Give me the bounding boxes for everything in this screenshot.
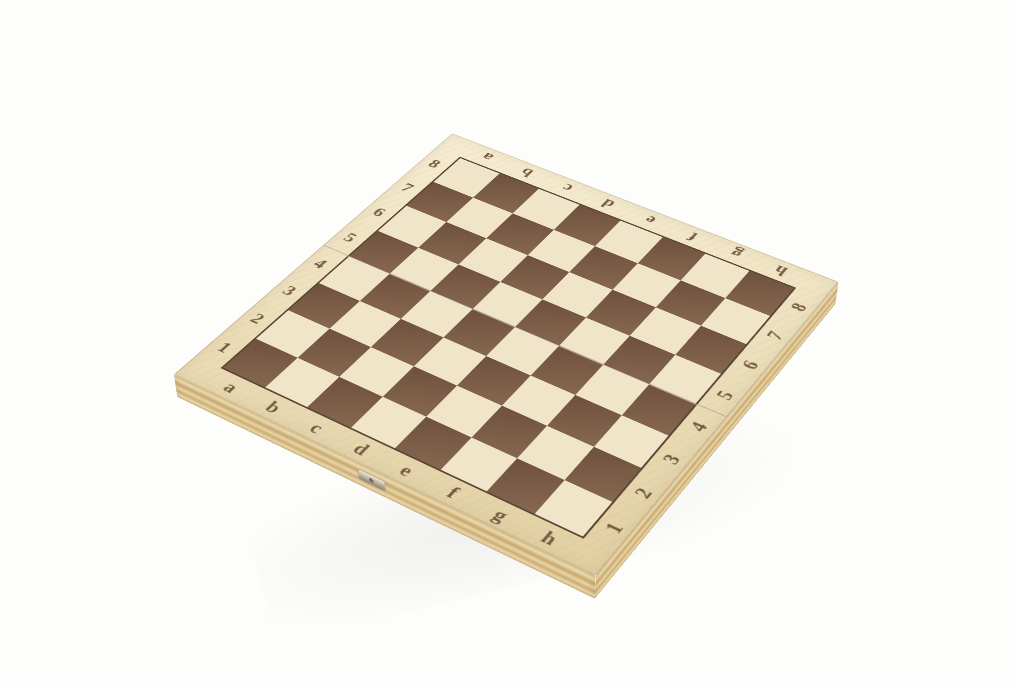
square-h2	[564, 447, 641, 502]
square-d1	[351, 396, 427, 448]
square-f2	[471, 405, 547, 458]
square-c1	[307, 377, 382, 428]
square-f4	[531, 346, 604, 395]
square-e1	[395, 416, 471, 469]
square-g1	[487, 458, 565, 514]
coord-label: 1	[195, 327, 254, 368]
square-h1	[534, 480, 612, 537]
square-c2	[340, 347, 414, 396]
square-h3	[594, 415, 669, 468]
square-e4	[486, 327, 558, 375]
square-g5	[603, 336, 675, 385]
square-f3	[502, 375, 576, 426]
square-d2	[383, 366, 457, 416]
square-e2	[427, 386, 502, 437]
square-e3	[457, 356, 531, 406]
square-g4	[576, 365, 649, 415]
square-d3	[413, 337, 486, 386]
product-photo: 87654321 87654321 abcdefgh abcdefgh	[0, 0, 1016, 686]
square-b1	[265, 357, 340, 407]
square-g3	[547, 395, 622, 447]
square-h4	[622, 384, 696, 435]
latch-pin-icon	[369, 477, 374, 483]
square-b2	[298, 328, 371, 376]
square-a1	[223, 338, 297, 387]
square-h6	[675, 326, 746, 374]
square-f1	[440, 437, 517, 491]
square-g2	[517, 426, 593, 480]
square-h5	[649, 354, 721, 404]
